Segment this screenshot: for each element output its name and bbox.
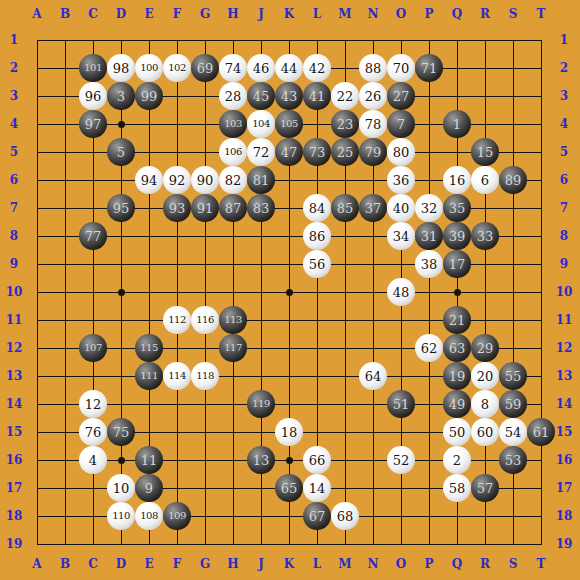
stone-E16-text: 11 xyxy=(141,454,158,467)
row-label-right-12: 12 xyxy=(552,341,576,355)
stone-Q4-text: 1 xyxy=(453,118,461,131)
column-label-bottom-T-text: T xyxy=(537,557,546,571)
stone-G7[interactable]: 91 xyxy=(191,194,219,222)
stone-K4-text: 105 xyxy=(280,119,298,129)
star-point-Q10 xyxy=(454,289,461,296)
row-label-right-1: 1 xyxy=(552,33,576,47)
stone-D15[interactable]: 75 xyxy=(107,418,135,446)
row-label-right-17: 17 xyxy=(552,481,576,495)
stone-F13-text: 114 xyxy=(168,371,186,381)
stone-H7-text: 87 xyxy=(225,202,242,215)
stone-E17-text: 9 xyxy=(145,482,153,495)
stone-Q4[interactable]: 1 xyxy=(443,110,471,138)
row-label-left-8: 8 xyxy=(2,229,26,243)
column-label-top-B: B xyxy=(53,7,77,21)
row-label-right-18-text: 18 xyxy=(556,509,573,523)
stone-M7-text: 85 xyxy=(337,202,354,215)
stone-Q14[interactable]: 49 xyxy=(443,390,471,418)
stone-O5[interactable]: 80 xyxy=(387,138,415,166)
column-label-top-P-text: P xyxy=(424,7,433,21)
stone-Q14-text: 49 xyxy=(449,398,466,411)
stone-E12[interactable]: 115 xyxy=(135,334,163,362)
stone-R15-text: 60 xyxy=(477,426,494,439)
stone-R8-text: 33 xyxy=(477,230,494,243)
row-label-right-2-text: 2 xyxy=(560,61,568,75)
stone-H2-text: 74 xyxy=(225,62,242,75)
column-label-top-E: E xyxy=(137,7,161,21)
stone-O2[interactable]: 70 xyxy=(387,54,415,82)
row-label-right-6: 6 xyxy=(552,173,576,187)
column-label-top-M: M xyxy=(333,7,357,21)
stone-L3[interactable]: 41 xyxy=(303,82,331,110)
row-label-left-5-text: 5 xyxy=(10,145,18,159)
stone-R12-text: 29 xyxy=(477,342,494,355)
column-label-top-L: L xyxy=(305,7,329,21)
column-label-top-T-text: T xyxy=(537,7,546,21)
stone-F13[interactable]: 114 xyxy=(163,362,191,390)
stone-L5[interactable]: 73 xyxy=(303,138,331,166)
stone-N7[interactable]: 37 xyxy=(359,194,387,222)
column-label-bottom-C-text: C xyxy=(88,557,98,571)
stone-H3[interactable]: 28 xyxy=(219,82,247,110)
stone-K3-text: 43 xyxy=(281,90,298,103)
column-label-bottom-M-text: M xyxy=(338,557,351,571)
stone-H6-text: 82 xyxy=(225,174,242,187)
stone-D3[interactable]: 3 xyxy=(107,82,135,110)
stone-M7[interactable]: 85 xyxy=(331,194,359,222)
row-label-left-12: 12 xyxy=(2,341,26,355)
column-label-top-O-text: O xyxy=(396,7,406,21)
row-label-right-4-text: 4 xyxy=(560,117,568,131)
stone-M4-text: 23 xyxy=(337,118,354,131)
column-label-bottom-R-text: R xyxy=(480,557,490,571)
column-label-top-R: R xyxy=(473,7,497,21)
stone-D2[interactable]: 98 xyxy=(107,54,135,82)
stone-S14[interactable]: 59 xyxy=(499,390,527,418)
stone-G2[interactable]: 69 xyxy=(191,54,219,82)
row-label-right-14: 14 xyxy=(552,397,576,411)
row-label-left-9-text: 9 xyxy=(10,257,18,271)
stone-E12-text: 115 xyxy=(140,343,158,353)
row-label-right-9: 9 xyxy=(552,257,576,271)
stone-C12[interactable]: 107 xyxy=(79,334,107,362)
stone-Q11[interactable]: 21 xyxy=(443,306,471,334)
stone-P8[interactable]: 31 xyxy=(415,222,443,250)
stone-J3-text: 45 xyxy=(253,90,270,103)
row-label-right-3-text: 3 xyxy=(560,89,568,103)
column-label-top-F: F xyxy=(165,7,189,21)
stone-O14-text: 51 xyxy=(393,398,410,411)
stone-F18[interactable]: 109 xyxy=(163,502,191,530)
stone-P8-text: 31 xyxy=(421,230,438,243)
stone-L17[interactable]: 14 xyxy=(303,474,331,502)
column-label-top-G-text: G xyxy=(200,7,210,21)
stone-C15[interactable]: 76 xyxy=(79,418,107,446)
stone-H3-text: 28 xyxy=(225,90,242,103)
row-label-right-18: 18 xyxy=(552,509,576,523)
stone-C3-text: 96 xyxy=(85,90,102,103)
stone-G6[interactable]: 90 xyxy=(191,166,219,194)
stone-O7[interactable]: 40 xyxy=(387,194,415,222)
stone-L16[interactable]: 66 xyxy=(303,446,331,474)
stone-E13-text: 111 xyxy=(140,371,158,381)
stone-M18-text: 68 xyxy=(337,510,354,523)
row-label-left-19-text: 19 xyxy=(6,537,23,551)
stone-J7-text: 83 xyxy=(253,202,270,215)
stone-G7-text: 91 xyxy=(197,202,214,215)
column-label-bottom-O: O xyxy=(389,557,413,571)
stone-C14[interactable]: 12 xyxy=(79,390,107,418)
stone-M3[interactable]: 22 xyxy=(331,82,359,110)
stone-E2[interactable]: 100 xyxy=(135,54,163,82)
stone-J4-text: 104 xyxy=(252,119,270,129)
column-label-bottom-N: N xyxy=(361,557,385,571)
column-label-top-D-text: D xyxy=(116,7,126,21)
stone-J4[interactable]: 104 xyxy=(247,110,275,138)
star-point-D16 xyxy=(118,457,125,464)
stone-H5[interactable]: 106 xyxy=(219,138,247,166)
column-label-bottom-G: G xyxy=(193,557,217,571)
stone-C2[interactable]: 101 xyxy=(79,54,107,82)
stone-O4[interactable]: 7 xyxy=(387,110,415,138)
stone-O10-text: 48 xyxy=(393,286,410,299)
stone-M4[interactable]: 23 xyxy=(331,110,359,138)
star-point-D10 xyxy=(118,289,125,296)
stone-E17[interactable]: 9 xyxy=(135,474,163,502)
stone-F11[interactable]: 112 xyxy=(163,306,191,334)
column-label-bottom-B: B xyxy=(53,557,77,571)
row-label-left-18-text: 18 xyxy=(6,509,23,523)
stone-Q6[interactable]: 16 xyxy=(443,166,471,194)
row-label-right-12-text: 12 xyxy=(556,341,573,355)
row-label-left-4-text: 4 xyxy=(10,117,18,131)
stone-D18-text: 110 xyxy=(112,511,130,521)
stone-L7[interactable]: 84 xyxy=(303,194,331,222)
column-label-bottom-K-text: K xyxy=(284,557,294,571)
stone-C8[interactable]: 77 xyxy=(79,222,107,250)
stone-E2-text: 100 xyxy=(140,63,158,73)
column-label-top-A-text: A xyxy=(32,7,41,21)
stone-E18[interactable]: 108 xyxy=(135,502,163,530)
row-label-right-5: 5 xyxy=(552,145,576,159)
stone-E18-text: 108 xyxy=(140,511,158,521)
column-label-top-O: O xyxy=(389,7,413,21)
stone-F7-text: 93 xyxy=(169,202,186,215)
stone-S6[interactable]: 89 xyxy=(499,166,527,194)
stone-F2[interactable]: 102 xyxy=(163,54,191,82)
stone-T15[interactable]: 61 xyxy=(527,418,555,446)
stone-R13[interactable]: 20 xyxy=(471,362,499,390)
stone-Q15-text: 50 xyxy=(449,426,466,439)
stone-D7[interactable]: 95 xyxy=(107,194,135,222)
row-label-right-11-text: 11 xyxy=(556,313,573,327)
stone-G13[interactable]: 118 xyxy=(191,362,219,390)
stone-N4[interactable]: 78 xyxy=(359,110,387,138)
stone-H6[interactable]: 82 xyxy=(219,166,247,194)
stone-R8[interactable]: 33 xyxy=(471,222,499,250)
stone-L9[interactable]: 56 xyxy=(303,250,331,278)
column-label-bottom-Q: Q xyxy=(445,557,469,571)
stone-S13[interactable]: 55 xyxy=(499,362,527,390)
stone-O4-text: 7 xyxy=(397,118,405,131)
row-label-right-10-text: 10 xyxy=(556,285,573,299)
stone-H11[interactable]: 113 xyxy=(219,306,247,334)
stone-K2-text: 44 xyxy=(281,62,298,75)
stone-R6[interactable]: 6 xyxy=(471,166,499,194)
column-label-top-C: C xyxy=(81,7,105,21)
column-label-top-G: G xyxy=(193,7,217,21)
stone-S15[interactable]: 54 xyxy=(499,418,527,446)
stone-M18[interactable]: 68 xyxy=(331,502,359,530)
stone-D15-text: 75 xyxy=(113,426,130,439)
row-label-left-18: 18 xyxy=(2,509,26,523)
stone-O8[interactable]: 34 xyxy=(387,222,415,250)
row-label-left-15-text: 15 xyxy=(6,425,23,439)
column-label-bottom-S-text: S xyxy=(509,557,518,571)
stone-J16[interactable]: 13 xyxy=(247,446,275,474)
column-label-top-P: P xyxy=(417,7,441,21)
column-label-top-K: K xyxy=(277,7,301,21)
stone-J2[interactable]: 46 xyxy=(247,54,275,82)
row-label-right-16-text: 16 xyxy=(556,453,573,467)
stone-O14[interactable]: 51 xyxy=(387,390,415,418)
row-label-left-6-text: 6 xyxy=(10,173,18,187)
stone-Q7[interactable]: 35 xyxy=(443,194,471,222)
stone-P2[interactable]: 71 xyxy=(415,54,443,82)
stone-K2[interactable]: 44 xyxy=(275,54,303,82)
column-label-top-Q-text: Q xyxy=(452,7,462,21)
stone-H4[interactable]: 103 xyxy=(219,110,247,138)
row-label-left-6: 6 xyxy=(2,173,26,187)
stone-D18[interactable]: 110 xyxy=(107,502,135,530)
stone-K15-text: 18 xyxy=(281,426,298,439)
stone-L18[interactable]: 67 xyxy=(303,502,331,530)
column-label-top-N: N xyxy=(361,7,385,21)
stone-S16[interactable]: 53 xyxy=(499,446,527,474)
stone-L2[interactable]: 42 xyxy=(303,54,331,82)
stone-K3[interactable]: 43 xyxy=(275,82,303,110)
column-label-bottom-M: M xyxy=(333,557,357,571)
row-label-right-13: 13 xyxy=(552,369,576,383)
stone-Q13[interactable]: 19 xyxy=(443,362,471,390)
row-label-right-19: 19 xyxy=(552,537,576,551)
row-label-right-7-text: 7 xyxy=(560,201,568,215)
stone-N3-text: 26 xyxy=(365,90,382,103)
stone-Q11-text: 21 xyxy=(449,314,466,327)
column-label-bottom-N-text: N xyxy=(368,557,379,571)
stone-P9-text: 38 xyxy=(421,258,438,271)
row-label-right-13-text: 13 xyxy=(556,369,573,383)
column-label-bottom-K: K xyxy=(277,557,301,571)
stone-R17[interactable]: 57 xyxy=(471,474,499,502)
stone-F11-text: 112 xyxy=(168,315,186,325)
stone-N3[interactable]: 26 xyxy=(359,82,387,110)
row-label-left-13: 13 xyxy=(2,369,26,383)
stone-D3-text: 3 xyxy=(117,90,125,103)
row-label-left-12-text: 12 xyxy=(6,341,23,355)
stone-R14[interactable]: 8 xyxy=(471,390,499,418)
column-label-top-H: H xyxy=(221,7,245,21)
stone-Q9[interactable]: 17 xyxy=(443,250,471,278)
stone-D17[interactable]: 10 xyxy=(107,474,135,502)
stone-H7[interactable]: 87 xyxy=(219,194,247,222)
column-label-top-J-text: J xyxy=(258,7,264,21)
row-label-left-10: 10 xyxy=(2,285,26,299)
row-label-right-17-text: 17 xyxy=(556,481,573,495)
column-label-top-M-text: M xyxy=(338,7,351,21)
row-label-left-8-text: 8 xyxy=(10,229,18,243)
stone-E13[interactable]: 111 xyxy=(135,362,163,390)
row-label-left-5: 5 xyxy=(2,145,26,159)
stone-P7[interactable]: 32 xyxy=(415,194,443,222)
row-label-left-7: 7 xyxy=(2,201,26,215)
row-label-right-15: 15 xyxy=(552,425,576,439)
stone-N5[interactable]: 79 xyxy=(359,138,387,166)
column-label-bottom-J-text: J xyxy=(258,557,264,571)
stone-O6[interactable]: 36 xyxy=(387,166,415,194)
stone-S14-text: 59 xyxy=(505,398,522,411)
stone-O16[interactable]: 52 xyxy=(387,446,415,474)
row-label-left-7-text: 7 xyxy=(10,201,18,215)
stone-G6-text: 90 xyxy=(197,174,214,187)
stone-J7[interactable]: 83 xyxy=(247,194,275,222)
stone-S6-text: 89 xyxy=(505,174,522,187)
stone-L3-text: 41 xyxy=(309,90,326,103)
stone-R5-text: 15 xyxy=(477,146,494,159)
row-label-right-3: 3 xyxy=(552,89,576,103)
stone-H5-text: 106 xyxy=(224,147,242,157)
stone-K5[interactable]: 47 xyxy=(275,138,303,166)
stone-G11[interactable]: 116 xyxy=(191,306,219,334)
stone-C14-text: 12 xyxy=(85,398,102,411)
stone-J14[interactable]: 119 xyxy=(247,390,275,418)
stone-Q12[interactable]: 63 xyxy=(443,334,471,362)
stone-O3-text: 27 xyxy=(393,90,410,103)
stone-R12[interactable]: 29 xyxy=(471,334,499,362)
stone-L5-text: 73 xyxy=(309,146,326,159)
stone-T15-text: 61 xyxy=(533,426,550,439)
stone-E6[interactable]: 94 xyxy=(135,166,163,194)
stone-H12[interactable]: 117 xyxy=(219,334,247,362)
stone-N13-text: 64 xyxy=(365,370,382,383)
stone-R5[interactable]: 15 xyxy=(471,138,499,166)
stone-D5[interactable]: 5 xyxy=(107,138,135,166)
stone-K17[interactable]: 65 xyxy=(275,474,303,502)
stone-J3[interactable]: 45 xyxy=(247,82,275,110)
stone-C3[interactable]: 96 xyxy=(79,82,107,110)
stone-L2-text: 42 xyxy=(309,62,326,75)
stone-F7[interactable]: 93 xyxy=(163,194,191,222)
row-label-left-1: 1 xyxy=(2,33,26,47)
stone-P12[interactable]: 62 xyxy=(415,334,443,362)
row-label-left-2-text: 2 xyxy=(10,61,18,75)
stone-C15-text: 76 xyxy=(85,426,102,439)
stone-F18-text: 109 xyxy=(168,511,186,521)
stone-J5[interactable]: 72 xyxy=(247,138,275,166)
stone-N7-text: 37 xyxy=(365,202,382,215)
stone-S13-text: 55 xyxy=(505,370,522,383)
column-label-bottom-L: L xyxy=(305,557,329,571)
stone-F6[interactable]: 92 xyxy=(163,166,191,194)
stone-Q13-text: 19 xyxy=(449,370,466,383)
stone-Q17[interactable]: 58 xyxy=(443,474,471,502)
stone-Q7-text: 35 xyxy=(449,202,466,215)
column-label-bottom-F-text: F xyxy=(173,557,182,571)
stone-H2[interactable]: 74 xyxy=(219,54,247,82)
stone-L16-text: 66 xyxy=(309,454,326,467)
column-label-bottom-P-text: P xyxy=(424,557,433,571)
stone-L8[interactable]: 86 xyxy=(303,222,331,250)
row-label-right-16: 16 xyxy=(552,453,576,467)
column-label-top-J: J xyxy=(249,7,273,21)
stone-N13[interactable]: 64 xyxy=(359,362,387,390)
row-label-right-10: 10 xyxy=(552,285,576,299)
column-label-top-A: A xyxy=(25,7,49,21)
stone-O3[interactable]: 27 xyxy=(387,82,415,110)
stone-D5-text: 5 xyxy=(117,146,125,159)
row-label-left-11-text: 11 xyxy=(6,313,23,327)
stone-N2-text: 88 xyxy=(365,62,382,75)
stone-Q8-text: 39 xyxy=(449,230,466,243)
column-label-bottom-J: J xyxy=(249,557,273,571)
row-label-left-1-text: 1 xyxy=(10,33,18,47)
stone-R14-text: 8 xyxy=(481,398,489,411)
stone-E3[interactable]: 99 xyxy=(135,82,163,110)
column-label-top-S: S xyxy=(501,7,525,21)
stone-H4-text: 103 xyxy=(224,119,242,129)
column-label-bottom-O-text: O xyxy=(396,557,406,571)
column-label-bottom-E-text: E xyxy=(144,557,153,571)
stone-O10[interactable]: 48 xyxy=(387,278,415,306)
stone-R15[interactable]: 60 xyxy=(471,418,499,446)
row-label-right-14-text: 14 xyxy=(556,397,573,411)
stone-Q8[interactable]: 39 xyxy=(443,222,471,250)
stone-K4[interactable]: 105 xyxy=(275,110,303,138)
column-label-top-D: D xyxy=(109,7,133,21)
stone-J5-text: 72 xyxy=(253,146,270,159)
stone-Q15[interactable]: 50 xyxy=(443,418,471,446)
stone-C4[interactable]: 97 xyxy=(79,110,107,138)
star-point-K10 xyxy=(286,289,293,296)
stone-D7-text: 95 xyxy=(113,202,130,215)
column-label-bottom-H-text: H xyxy=(227,557,238,571)
column-label-bottom-F: F xyxy=(165,557,189,571)
stone-O5-text: 80 xyxy=(393,146,410,159)
stone-E3-text: 99 xyxy=(141,90,158,103)
stone-Q16[interactable]: 2 xyxy=(443,446,471,474)
stone-K15[interactable]: 18 xyxy=(275,418,303,446)
stone-L8-text: 86 xyxy=(309,230,326,243)
stone-G2-text: 69 xyxy=(197,62,214,75)
column-label-bottom-E: E xyxy=(137,557,161,571)
row-label-left-3: 3 xyxy=(2,89,26,103)
stone-P9[interactable]: 38 xyxy=(415,250,443,278)
row-label-right-9-text: 9 xyxy=(560,257,568,271)
row-label-right-8-text: 8 xyxy=(560,229,568,243)
column-label-top-C-text: C xyxy=(88,7,98,21)
stone-N4-text: 78 xyxy=(365,118,382,131)
stone-C12-text: 107 xyxy=(84,343,102,353)
stone-E16[interactable]: 11 xyxy=(135,446,163,474)
stone-M5[interactable]: 25 xyxy=(331,138,359,166)
stone-N2[interactable]: 88 xyxy=(359,54,387,82)
stone-C16[interactable]: 4 xyxy=(79,446,107,474)
stone-L18-text: 67 xyxy=(309,510,326,523)
column-label-bottom-G-text: G xyxy=(200,557,210,571)
stone-L9-text: 56 xyxy=(309,258,326,271)
stone-J6[interactable]: 81 xyxy=(247,166,275,194)
column-label-bottom-R: R xyxy=(473,557,497,571)
